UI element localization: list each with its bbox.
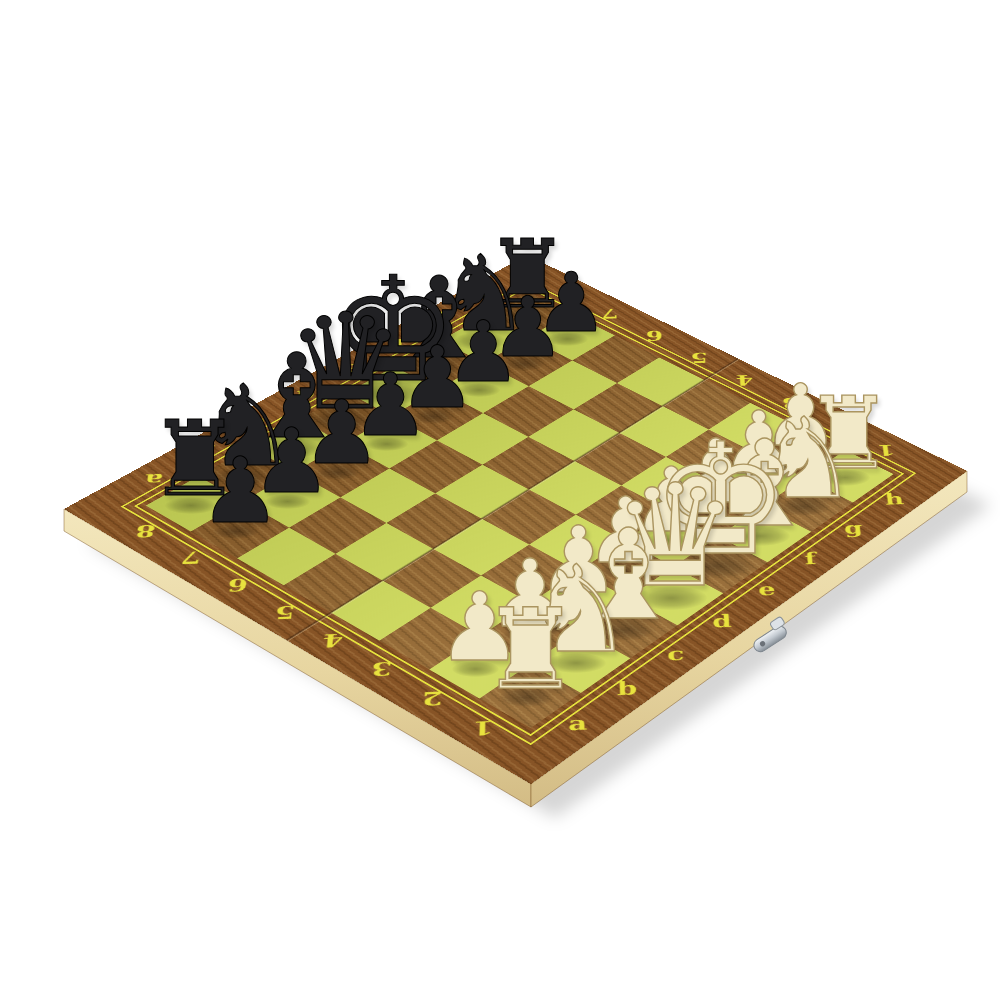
- rank-label-4-left: 4: [314, 630, 351, 653]
- rank-label-8-left: 8: [127, 521, 164, 542]
- black-pawn-icon: ♟: [199, 446, 280, 537]
- rank-label-5-left: 5: [266, 602, 303, 624]
- rank-label-6-right: 6: [639, 327, 669, 344]
- rank-label-5-right: 5: [684, 349, 714, 366]
- rank-label-2-left: 2: [414, 687, 450, 711]
- rank-label-6-left: 6: [219, 574, 256, 596]
- rank-label-7-left: 7: [172, 548, 209, 569]
- file-label-a-near: a: [560, 711, 595, 735]
- rank-label-3-left: 3: [364, 658, 401, 681]
- rank-label-4-right: 4: [729, 372, 760, 389]
- rank-label-1-left: 1: [465, 716, 501, 740]
- chess-set-photo: aabbccddeeffgghh1122334455667788 ♜♞♝♛♚♝♞…: [0, 0, 1000, 1000]
- white-rook-icon: ♜: [481, 593, 581, 704]
